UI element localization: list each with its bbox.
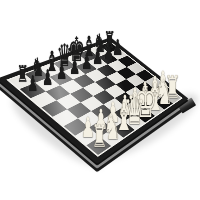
- chess-set-photo: ♜♞♝♛♚♝♞♜♟♟♟♟♟♟♟♟♟♟♟♟♟♟♟♟♜♞♝♛♚♝♞♜: [0, 0, 200, 200]
- chess-board: [0, 37, 189, 163]
- board-grid: [6, 41, 182, 157]
